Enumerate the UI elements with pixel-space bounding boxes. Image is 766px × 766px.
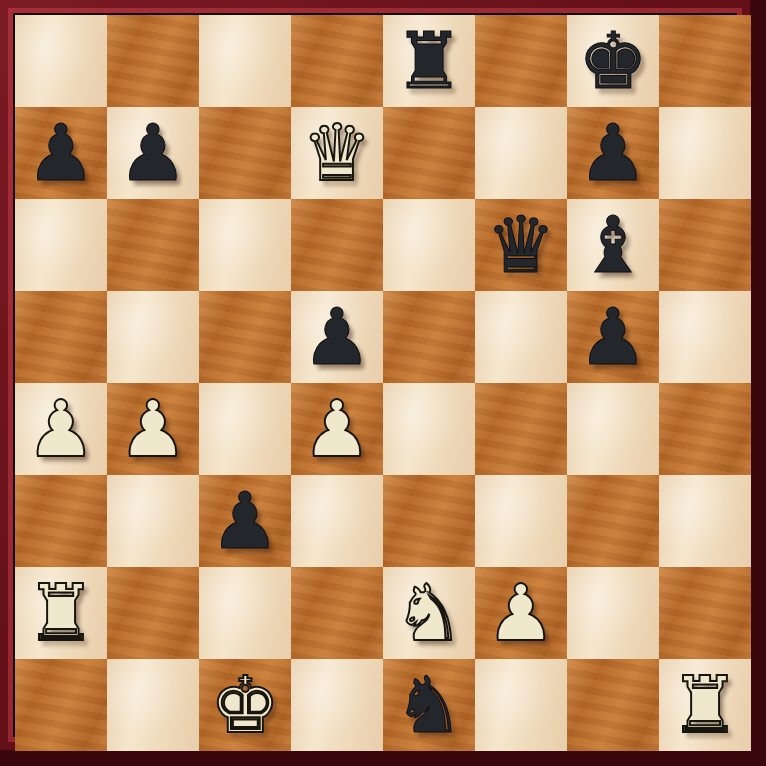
board-frame-line: ♜♚♟♟♛♟♛♝♟♟♟♟♟♟♜♞♟♚♞♜ (13, 13, 737, 737)
square-e7[interactable] (383, 107, 475, 199)
square-f2[interactable]: ♟ (475, 567, 567, 659)
square-g2[interactable] (567, 567, 659, 659)
square-h4[interactable] (659, 383, 751, 475)
black-pawn-piece: ♟ (118, 107, 188, 199)
square-c2[interactable] (199, 567, 291, 659)
square-g8[interactable]: ♚ (567, 15, 659, 107)
white-pawn-piece: ♟ (302, 383, 372, 475)
square-d1[interactable] (291, 659, 383, 751)
square-f3[interactable] (475, 475, 567, 567)
square-h2[interactable] (659, 567, 751, 659)
square-b4[interactable]: ♟ (107, 383, 199, 475)
black-bishop-piece: ♝ (578, 199, 648, 291)
square-g1[interactable] (567, 659, 659, 751)
square-c1[interactable]: ♚ (199, 659, 291, 751)
square-h5[interactable] (659, 291, 751, 383)
black-pawn-piece: ♟ (578, 291, 648, 383)
white-pawn-piece: ♟ (486, 567, 556, 659)
square-g7[interactable]: ♟ (567, 107, 659, 199)
square-a5[interactable] (15, 291, 107, 383)
square-e4[interactable] (383, 383, 475, 475)
square-e6[interactable] (383, 199, 475, 291)
white-pawn-piece: ♟ (26, 383, 96, 475)
white-king-piece: ♚ (210, 659, 280, 751)
square-f1[interactable] (475, 659, 567, 751)
square-b7[interactable]: ♟ (107, 107, 199, 199)
square-e1[interactable]: ♞ (383, 659, 475, 751)
square-c4[interactable] (199, 383, 291, 475)
white-rook-piece: ♜ (670, 659, 740, 751)
square-e3[interactable] (383, 475, 475, 567)
square-c7[interactable] (199, 107, 291, 199)
square-b5[interactable] (107, 291, 199, 383)
black-pawn-piece: ♟ (302, 291, 372, 383)
square-h8[interactable] (659, 15, 751, 107)
square-d8[interactable] (291, 15, 383, 107)
board-frame-outer: ♜♚♟♟♛♟♛♝♟♟♟♟♟♟♜♞♟♚♞♜ (0, 0, 750, 750)
black-rook-piece: ♜ (394, 15, 464, 107)
square-c6[interactable] (199, 199, 291, 291)
square-b1[interactable] (107, 659, 199, 751)
black-king-piece: ♚ (578, 15, 648, 107)
square-e8[interactable]: ♜ (383, 15, 475, 107)
square-a4[interactable]: ♟ (15, 383, 107, 475)
square-h6[interactable] (659, 199, 751, 291)
square-h1[interactable]: ♜ (659, 659, 751, 751)
square-c3[interactable]: ♟ (199, 475, 291, 567)
black-knight-piece: ♞ (394, 659, 464, 751)
white-queen-piece: ♛ (302, 107, 372, 199)
square-h3[interactable] (659, 475, 751, 567)
square-h7[interactable] (659, 107, 751, 199)
square-f8[interactable] (475, 15, 567, 107)
black-pawn-piece: ♟ (26, 107, 96, 199)
black-queen-piece: ♛ (486, 199, 556, 291)
square-b3[interactable] (107, 475, 199, 567)
square-e2[interactable]: ♞ (383, 567, 475, 659)
board-frame-inner: ♜♚♟♟♛♟♛♝♟♟♟♟♟♟♜♞♟♚♞♜ (8, 8, 742, 742)
square-b8[interactable] (107, 15, 199, 107)
square-c8[interactable] (199, 15, 291, 107)
square-a7[interactable]: ♟ (15, 107, 107, 199)
square-b6[interactable] (107, 199, 199, 291)
square-a6[interactable] (15, 199, 107, 291)
square-f4[interactable] (475, 383, 567, 475)
square-g4[interactable] (567, 383, 659, 475)
square-f6[interactable]: ♛ (475, 199, 567, 291)
chess-board: ♜♚♟♟♛♟♛♝♟♟♟♟♟♟♜♞♟♚♞♜ (15, 15, 751, 751)
square-a3[interactable] (15, 475, 107, 567)
square-b2[interactable] (107, 567, 199, 659)
white-rook-piece: ♜ (26, 567, 96, 659)
square-g6[interactable]: ♝ (567, 199, 659, 291)
square-a2[interactable]: ♜ (15, 567, 107, 659)
square-c5[interactable] (199, 291, 291, 383)
square-d6[interactable] (291, 199, 383, 291)
square-d5[interactable]: ♟ (291, 291, 383, 383)
square-a8[interactable] (15, 15, 107, 107)
square-d2[interactable] (291, 567, 383, 659)
square-d3[interactable] (291, 475, 383, 567)
square-a1[interactable] (15, 659, 107, 751)
black-pawn-piece: ♟ (210, 475, 280, 567)
square-d4[interactable]: ♟ (291, 383, 383, 475)
square-g3[interactable] (567, 475, 659, 567)
square-f5[interactable] (475, 291, 567, 383)
white-knight-piece: ♞ (394, 567, 464, 659)
black-pawn-piece: ♟ (578, 107, 648, 199)
square-d7[interactable]: ♛ (291, 107, 383, 199)
square-e5[interactable] (383, 291, 475, 383)
square-g5[interactable]: ♟ (567, 291, 659, 383)
white-pawn-piece: ♟ (118, 383, 188, 475)
square-f7[interactable] (475, 107, 567, 199)
